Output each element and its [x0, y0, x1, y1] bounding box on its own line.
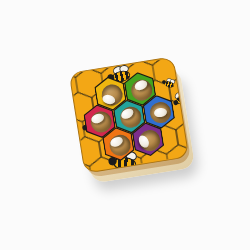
cell-hole	[89, 110, 113, 134]
honeycomb	[78, 67, 180, 165]
bee-piece-white[interactable]	[101, 93, 116, 105]
bee-piece-white[interactable]	[153, 107, 167, 118]
board-top-surface	[69, 56, 190, 173]
cell-hole	[148, 101, 172, 125]
cell-hole	[138, 128, 162, 152]
cell-hole	[119, 106, 143, 130]
bee-piece-white[interactable]	[119, 107, 135, 121]
cell-hole	[130, 78, 154, 102]
bee-piece-white[interactable]	[90, 112, 105, 125]
bee-piece-white[interactable]	[137, 133, 151, 149]
bee-piece-white[interactable]	[109, 135, 125, 149]
cell-hole	[100, 83, 124, 107]
toy-board-scene	[76, 64, 180, 164]
bee-piece-white[interactable]	[133, 78, 149, 92]
cell-hole	[108, 133, 132, 157]
